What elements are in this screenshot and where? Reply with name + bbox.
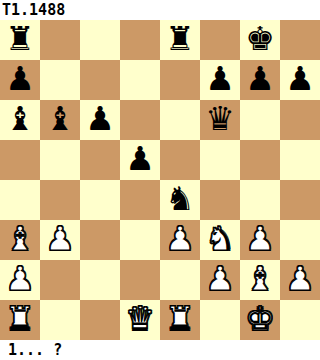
black-bishop-icon: ♝: [45, 100, 75, 139]
white-bishop-icon: ♝: [5, 220, 35, 259]
square-f3[interactable]: ♞: [200, 220, 240, 260]
square-d2[interactable]: [120, 260, 160, 300]
square-a2[interactable]: ♟: [0, 260, 40, 300]
square-c2[interactable]: [80, 260, 120, 300]
square-b7[interactable]: [40, 60, 80, 100]
square-f1[interactable]: [200, 300, 240, 340]
square-e4[interactable]: ♞: [160, 180, 200, 220]
black-pawn-icon: ♟: [125, 140, 155, 179]
square-d7[interactable]: [120, 60, 160, 100]
white-pawn-icon: ♟: [245, 220, 275, 259]
black-queen-icon: ♛: [205, 100, 235, 139]
square-d6[interactable]: [120, 100, 160, 140]
white-pawn-icon: ♟: [45, 220, 75, 259]
square-h2[interactable]: ♟: [280, 260, 320, 300]
white-rook-icon: ♜: [165, 300, 195, 339]
square-d4[interactable]: [120, 180, 160, 220]
square-b4[interactable]: [40, 180, 80, 220]
square-c4[interactable]: [80, 180, 120, 220]
black-pawn-icon: ♟: [245, 60, 275, 99]
square-e5[interactable]: [160, 140, 200, 180]
square-a6[interactable]: ♝: [0, 100, 40, 140]
square-c5[interactable]: [80, 140, 120, 180]
square-d5[interactable]: ♟: [120, 140, 160, 180]
white-pawn-icon: ♟: [205, 260, 235, 299]
black-king-icon: ♚: [245, 20, 275, 59]
square-e2[interactable]: [160, 260, 200, 300]
square-a4[interactable]: [0, 180, 40, 220]
square-e1[interactable]: ♜: [160, 300, 200, 340]
square-a8[interactable]: ♜: [0, 20, 40, 60]
square-c6[interactable]: ♟: [80, 100, 120, 140]
square-a7[interactable]: ♟: [0, 60, 40, 100]
square-b6[interactable]: ♝: [40, 100, 80, 140]
square-e3[interactable]: ♟: [160, 220, 200, 260]
black-pawn-icon: ♟: [285, 60, 315, 99]
square-h1[interactable]: [280, 300, 320, 340]
square-a3[interactable]: ♝: [0, 220, 40, 260]
square-c3[interactable]: [80, 220, 120, 260]
square-c7[interactable]: [80, 60, 120, 100]
square-c1[interactable]: [80, 300, 120, 340]
square-h6[interactable]: [280, 100, 320, 140]
black-knight-icon: ♞: [165, 180, 195, 219]
square-h3[interactable]: [280, 220, 320, 260]
square-c8[interactable]: [80, 20, 120, 60]
square-g6[interactable]: [240, 100, 280, 140]
square-h8[interactable]: [280, 20, 320, 60]
chess-board: ♜♜♚♟♟♟♟♝♝♟♛♟♞♝♟♟♞♟♟♟♝♟♜♛♜♚: [0, 20, 320, 340]
square-f6[interactable]: ♛: [200, 100, 240, 140]
square-a1[interactable]: ♜: [0, 300, 40, 340]
square-f2[interactable]: ♟: [200, 260, 240, 300]
black-rook-icon: ♜: [165, 20, 195, 59]
square-h4[interactable]: [280, 180, 320, 220]
square-g8[interactable]: ♚: [240, 20, 280, 60]
white-king-icon: ♚: [245, 300, 275, 339]
square-b2[interactable]: [40, 260, 80, 300]
white-pawn-icon: ♟: [165, 220, 195, 259]
square-f7[interactable]: ♟: [200, 60, 240, 100]
black-pawn-icon: ♟: [85, 100, 115, 139]
white-queen-icon: ♛: [125, 300, 155, 339]
square-f5[interactable]: [200, 140, 240, 180]
white-rook-icon: ♜: [5, 300, 35, 339]
square-f4[interactable]: [200, 180, 240, 220]
square-g4[interactable]: [240, 180, 280, 220]
black-pawn-icon: ♟: [5, 60, 35, 99]
move-prompt: 1... ?: [0, 340, 320, 360]
square-f8[interactable]: [200, 20, 240, 60]
white-pawn-icon: ♟: [5, 260, 35, 299]
square-g2[interactable]: ♝: [240, 260, 280, 300]
square-b8[interactable]: [40, 20, 80, 60]
square-g3[interactable]: ♟: [240, 220, 280, 260]
puzzle-title: T1.1488: [0, 0, 320, 20]
square-g5[interactable]: [240, 140, 280, 180]
square-e8[interactable]: ♜: [160, 20, 200, 60]
square-b5[interactable]: [40, 140, 80, 180]
black-rook-icon: ♜: [5, 20, 35, 59]
square-b3[interactable]: ♟: [40, 220, 80, 260]
square-d8[interactable]: [120, 20, 160, 60]
white-bishop-icon: ♝: [245, 260, 275, 299]
white-knight-icon: ♞: [205, 220, 235, 259]
white-pawn-icon: ♟: [285, 260, 315, 299]
square-g7[interactable]: ♟: [240, 60, 280, 100]
black-bishop-icon: ♝: [5, 100, 35, 139]
square-b1[interactable]: [40, 300, 80, 340]
square-e7[interactable]: [160, 60, 200, 100]
square-d1[interactable]: ♛: [120, 300, 160, 340]
chess-app-window: T1.1488 ♜♜♚♟♟♟♟♝♝♟♛♟♞♝♟♟♞♟♟♟♝♟♜♛♜♚ 1... …: [0, 0, 320, 360]
square-d3[interactable]: [120, 220, 160, 260]
square-h5[interactable]: [280, 140, 320, 180]
square-h7[interactable]: ♟: [280, 60, 320, 100]
black-pawn-icon: ♟: [205, 60, 235, 99]
square-g1[interactable]: ♚: [240, 300, 280, 340]
square-a5[interactable]: [0, 140, 40, 180]
square-e6[interactable]: [160, 100, 200, 140]
